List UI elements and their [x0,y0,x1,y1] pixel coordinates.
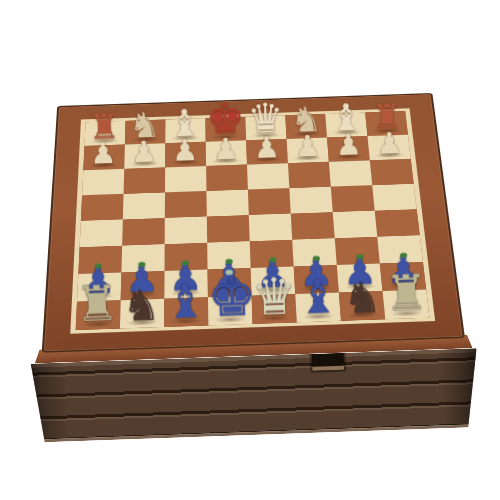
square-c3[interactable] [288,162,331,188]
board-grid: ♜♞♝♚♛♞♝♜♟♟♟♟♟♟♟♟♟♟♟♟♟♟♟♟♜♞♝♚♛♝♞♜ [76,111,430,330]
piece-turban-accent [356,254,363,259]
square-c4[interactable] [289,187,332,214]
square-g2[interactable]: ♟ [124,143,165,169]
piece-turban-accent [225,259,232,264]
square-h5[interactable] [80,219,123,247]
box-latch-notch[interactable] [312,353,345,371]
piece-black-B-c8[interactable]: ♝ [295,273,341,321]
piece-black-R-a8[interactable]: ♜ [383,268,429,318]
square-e5[interactable] [207,215,250,243]
piece-turban-accent [181,260,188,265]
square-d2[interactable]: ♟ [246,139,288,165]
square-e8[interactable]: ♚ [208,296,253,326]
square-f3[interactable] [165,166,206,192]
square-a2[interactable]: ♟ [367,135,410,161]
piece-black-N-b8[interactable]: ♞ [339,276,385,320]
piece-white-P-f2[interactable]: ♟ [164,136,206,167]
piece-black-Q-d8[interactable]: ♛ [251,271,297,323]
square-d8[interactable]: ♛ [252,294,297,324]
square-e3[interactable] [206,165,248,191]
square-b8[interactable]: ♞ [339,291,385,321]
square-f2[interactable]: ♟ [165,142,206,168]
piece-turban-accent [312,256,319,261]
wooden-box [31,348,479,443]
square-e2[interactable]: ♟ [206,140,247,166]
square-c8[interactable]: ♝ [295,293,341,323]
square-a3[interactable] [370,159,414,185]
square-b3[interactable] [329,160,372,186]
square-c2[interactable]: ♟ [287,138,329,164]
piece-turban-accent [138,262,145,267]
piece-turban-accent [225,270,233,276]
square-h3[interactable] [82,169,124,195]
piece-white-P-d2[interactable]: ♟ [246,133,288,164]
piece-turban-accent [94,263,101,268]
piece-black-K-e8[interactable]: ♚ [206,268,252,324]
square-d3[interactable] [247,163,289,189]
square-b5[interactable] [333,211,378,239]
piece-white-P-h2[interactable]: ♟ [82,139,124,170]
square-d4[interactable] [248,188,291,215]
piece-white-P-c2[interactable]: ♟ [287,131,329,162]
square-f4[interactable] [165,191,207,218]
square-g4[interactable] [123,192,165,219]
square-h2[interactable]: ♟ [83,145,125,171]
square-h4[interactable] [81,194,124,221]
board-mahogany-frame: ♜♞♝♚♛♞♝♜♟♟♟♟♟♟♟♟♟♟♟♟♟♟♟♟♜♞♝♚♛♝♞♜ [42,93,465,353]
square-e4[interactable] [206,190,248,217]
piece-white-P-g2[interactable]: ♟ [123,137,165,168]
piece-white-P-e2[interactable]: ♟ [205,134,247,165]
square-h8[interactable]: ♜ [76,300,121,330]
square-a5[interactable] [375,209,420,237]
square-a8[interactable]: ♜ [383,290,430,320]
piece-black-B-f8[interactable]: ♝ [163,278,209,326]
piece-black-N-g8[interactable]: ♞ [118,284,164,328]
piece-white-P-a2[interactable]: ♟ [369,129,411,160]
piece-black-R-h8[interactable]: ♜ [74,279,120,329]
chess-board: ♜♞♝♚♛♞♝♜♟♟♟♟♟♟♟♟♟♟♟♟♟♟♟♟♜♞♝♚♛♝♞♜ [42,93,465,353]
square-g8[interactable]: ♞ [120,299,164,329]
piece-turban-accent [268,257,275,262]
square-b4[interactable] [331,185,375,212]
piece-white-P-b2[interactable]: ♟ [328,130,370,161]
board-maple-line: ♜♞♝♚♛♞♝♜♟♟♟♟♟♟♟♟♟♟♟♟♟♟♟♟♜♞♝♚♛♝♞♜ [70,108,435,334]
square-c5[interactable] [291,212,335,240]
square-f8[interactable]: ♝ [164,297,208,327]
product-photo-scene: ♜♞♝♚♛♞♝♜♟♟♟♟♟♟♟♟♟♟♟♟♟♟♟♟♜♞♝♚♛♝♞♜ [0,0,500,500]
square-b2[interactable]: ♟ [327,136,370,162]
square-g3[interactable] [124,167,166,193]
piece-turban-accent [399,252,406,257]
square-f5[interactable] [165,216,208,244]
square-a4[interactable] [372,184,416,211]
square-g5[interactable] [122,218,165,246]
chess-set: ♜♞♝♚♛♞♝♜♟♟♟♟♟♟♟♟♟♟♟♟♟♟♟♟♜♞♝♚♛♝♞♜ [0,0,500,500]
square-d5[interactable] [249,214,292,242]
